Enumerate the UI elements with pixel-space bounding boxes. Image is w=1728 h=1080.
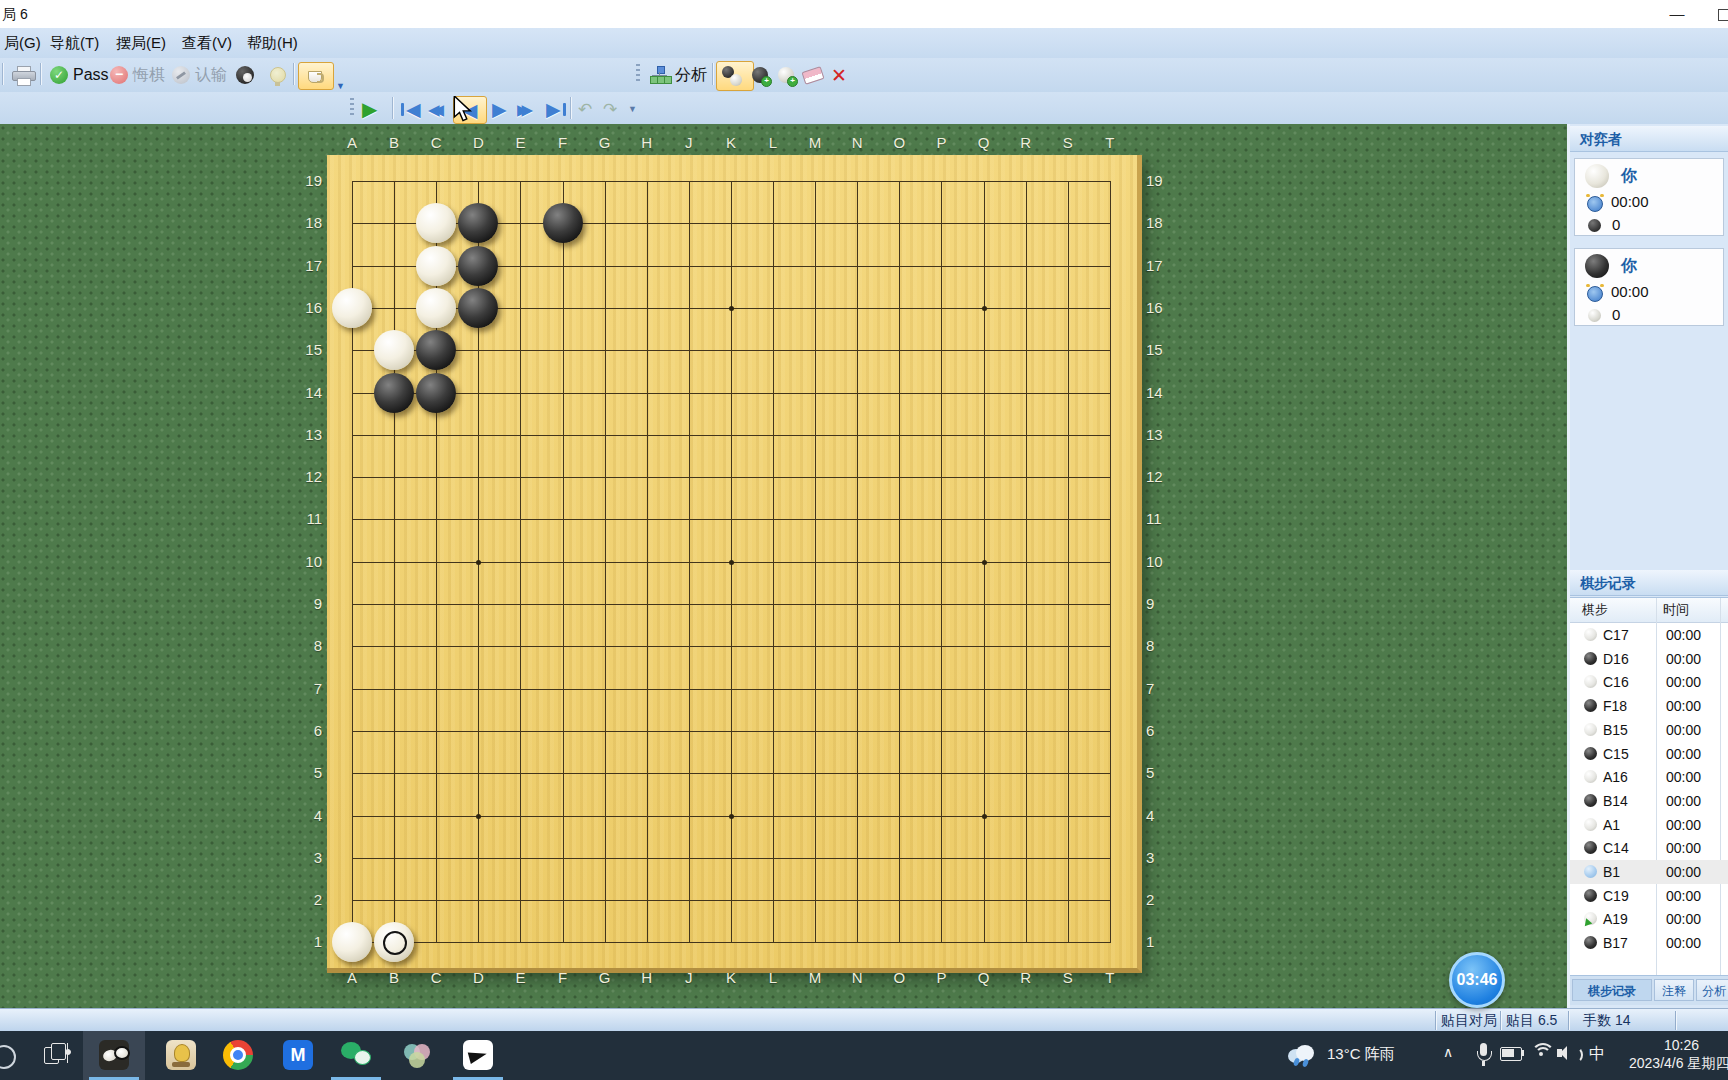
status-divider — [1500, 1011, 1502, 1030]
toolbar-separator — [293, 63, 295, 85]
stone-black-d18[interactable] — [458, 203, 498, 243]
black-player-time: 00:00 — [1611, 283, 1649, 300]
move-row-a1[interactable]: A100:00 — [1570, 813, 1728, 837]
move-time: 00:00 — [1666, 911, 1701, 927]
move-row-d16[interactable]: D1600:00 — [1570, 647, 1728, 671]
move-label: D16 — [1603, 651, 1629, 667]
stone-black-d16[interactable] — [458, 288, 498, 328]
undo-arrow-icon: ↶ — [578, 99, 592, 120]
task-view-button[interactable] — [36, 1031, 74, 1080]
coord-label-top: F — [550, 134, 576, 151]
coord-label-left: 19 — [294, 172, 322, 189]
count-cup-icon — [308, 69, 324, 83]
add-black-stone-button[interactable]: + — [748, 62, 773, 88]
coord-label-left: 13 — [294, 426, 322, 443]
coord-label-right: 13 — [1146, 426, 1174, 443]
play-button[interactable]: ▶ — [358, 96, 381, 122]
move-stone-icon-white — [1584, 628, 1597, 641]
move-time: 00:00 — [1666, 793, 1701, 809]
toolbar-main: Pass 悔棋 认输 ▼ 分析 + — [0, 58, 1728, 92]
toolbar-separator — [2, 63, 4, 85]
move-label: A19 — [1603, 911, 1628, 927]
coord-label-left: 4 — [294, 807, 322, 824]
coord-label-top: Q — [971, 134, 997, 151]
add-black-stone-icon: + — [752, 67, 769, 84]
move-label: A1 — [1603, 817, 1620, 833]
move-time: 00:00 — [1666, 722, 1701, 738]
coord-label-bottom: O — [886, 969, 912, 986]
captured-white-icon — [1588, 309, 1601, 322]
close-red-x-icon: ✕ — [831, 66, 847, 85]
move-time: 00:00 — [1666, 888, 1701, 904]
grid-line-horizontal — [352, 900, 1111, 901]
status-divider — [1568, 1011, 1570, 1030]
move-time: 00:00 — [1666, 769, 1701, 785]
coord-label-bottom: P — [928, 969, 954, 986]
undo-move-icon — [110, 66, 128, 84]
taskbar-app-game2[interactable] — [150, 1031, 212, 1080]
move-row-f18[interactable]: F1800:00 — [1570, 694, 1728, 718]
maximize-button[interactable] — [1718, 9, 1728, 21]
move-label: C19 — [1603, 888, 1629, 904]
black-stone-icon — [1585, 254, 1609, 278]
blue-m-app-icon: M — [283, 1040, 313, 1070]
coord-label-left: 15 — [294, 341, 322, 358]
dropdown-arrow-icon[interactable]: ▼ — [336, 81, 345, 91]
resign-icon — [172, 66, 190, 84]
move-stone-icon-black — [1584, 794, 1597, 807]
move-row-b15[interactable]: B1500:00 — [1570, 718, 1728, 742]
taskbar-app-knot[interactable] — [386, 1031, 448, 1080]
add-white-stone-icon: + — [778, 67, 795, 84]
pass-check-icon — [50, 66, 68, 84]
move-label: A16 — [1603, 769, 1628, 785]
last-move-icon: ▶ — [546, 102, 561, 117]
redo-arrow-icon: ↷ — [603, 99, 617, 120]
taskbar: M 13°C 阵雨 ∧ — [0, 1031, 1728, 1080]
grid-line-vertical — [1110, 181, 1111, 942]
coord-label-left: 14 — [294, 384, 322, 401]
coord-label-left: 11 — [294, 510, 322, 527]
last-move-button[interactable]: ▶ — [542, 96, 570, 122]
analyze-button[interactable]: 分析 — [646, 62, 711, 88]
coord-label-top: L — [760, 134, 786, 151]
status-bar: 贴目对局 贴目 6.5 手数 14 — [0, 1008, 1728, 1032]
last-move-marker — [383, 931, 407, 955]
move-label: C16 — [1603, 674, 1629, 690]
go-board[interactable] — [327, 155, 1142, 973]
ime-indicator[interactable]: 中 — [1589, 1044, 1605, 1065]
chrome-icon — [223, 1040, 253, 1070]
black-player-card: 你 00:00 0 — [1574, 248, 1724, 326]
redo-nav-button[interactable]: ↷ — [599, 96, 621, 122]
coord-label-bottom: M — [802, 969, 828, 986]
coord-label-right: 16 — [1146, 299, 1174, 316]
grid-line-horizontal — [352, 773, 1111, 774]
toolbar-separator — [40, 63, 42, 85]
tab-3[interactable]: 分析 — [1696, 979, 1728, 1001]
coord-label-top: H — [634, 134, 660, 151]
task-view-icon — [36, 1031, 74, 1080]
coord-label-top: C — [423, 134, 449, 151]
white-player-time: 00:00 — [1611, 193, 1649, 210]
move-row-c14[interactable]: C1400:00 — [1570, 836, 1728, 860]
stone-white-c17[interactable] — [416, 246, 456, 286]
move-column-header[interactable]: 棋步 — [1582, 601, 1608, 619]
undo-nav-button[interactable]: ↶ — [574, 96, 596, 122]
tab-2[interactable]: 注释 — [1654, 979, 1694, 1001]
coord-label-left: 5 — [294, 764, 322, 781]
coord-label-left: 7 — [294, 680, 322, 697]
grid-line-horizontal — [352, 646, 1111, 647]
analyze-tree-icon — [650, 66, 670, 84]
move-label: B17 — [1603, 935, 1628, 951]
coord-label-right: 4 — [1146, 807, 1174, 824]
count-button[interactable]: ▼ — [298, 62, 334, 90]
coord-label-right: 10 — [1146, 553, 1174, 570]
mouse-cursor — [452, 96, 474, 122]
toolbar-separator — [392, 97, 394, 119]
grid-line-vertical — [1068, 181, 1069, 942]
grid-line-vertical — [941, 181, 942, 942]
grid-line-vertical — [857, 181, 858, 942]
coord-label-right: 11 — [1146, 510, 1174, 527]
menu-item-1[interactable]: 局(G) — [0, 32, 45, 54]
status-game-type: 贴目对局 — [1441, 1012, 1497, 1030]
chevron-down-icon: ▼ — [628, 104, 637, 114]
coord-label-right: 6 — [1146, 722, 1174, 739]
move-row-c17[interactable]: C1700:00 — [1570, 623, 1728, 647]
stone-white-a1[interactable] — [332, 922, 372, 962]
stone-black-c15[interactable] — [416, 330, 456, 370]
star-point — [982, 814, 987, 819]
coord-label-right: 1 — [1146, 933, 1174, 950]
coord-label-bottom: K — [718, 969, 744, 986]
moves-header: 棋步记录 — [1570, 570, 1728, 596]
coord-label-right: 2 — [1146, 891, 1174, 908]
coord-label-top: K — [718, 134, 744, 151]
stone-white-b1[interactable] — [374, 922, 414, 962]
undo-move-button[interactable]: 悔棋 — [106, 62, 169, 88]
taskbar-app-go-game[interactable] — [83, 1031, 145, 1080]
coord-label-top: B — [381, 134, 407, 151]
delete-button[interactable]: ✕ — [827, 62, 851, 88]
move-stone-icon-black — [1584, 841, 1597, 854]
coord-label-left: 3 — [294, 849, 322, 866]
move-row-a16[interactable]: A1600:00 — [1570, 765, 1728, 789]
grid-line-horizontal — [352, 604, 1111, 605]
toolbar-separator — [570, 97, 572, 119]
coord-label-top: M — [802, 134, 828, 151]
playback-dropdown[interactable]: ▼ — [624, 96, 641, 122]
grid-line-horizontal — [352, 689, 1111, 690]
undo-move-label: 悔棋 — [133, 65, 165, 86]
fast-forward-button[interactable]: ▶▶ — [513, 96, 537, 122]
toolbar-handle[interactable] — [636, 64, 640, 84]
menu-item-3[interactable]: 摆局(E) — [112, 32, 170, 54]
move-time: 00:00 — [1666, 698, 1701, 714]
minimize-button[interactable]: — — [1662, 2, 1692, 26]
move-label: C14 — [1603, 840, 1629, 856]
coord-label-right: 18 — [1146, 214, 1174, 231]
coord-label-right: 3 — [1146, 849, 1174, 866]
taskbar-date[interactable]: 2023/4/6 星期四 — [1629, 1055, 1728, 1073]
fast-forward-icon: ▶▶ — [517, 102, 526, 117]
pass-button[interactable]: Pass — [46, 62, 113, 88]
coord-label-right: 7 — [1146, 680, 1174, 697]
tab-1[interactable]: 棋步记录 — [1572, 979, 1652, 1001]
coord-label-top: D — [465, 134, 491, 151]
stone-black-c14[interactable] — [416, 373, 456, 413]
coord-label-right: 9 — [1146, 595, 1174, 612]
white-player-card: 你 00:00 0 — [1574, 158, 1724, 236]
grid-line-horizontal — [352, 942, 1111, 943]
coord-label-left: 6 — [294, 722, 322, 739]
stone-white-c18[interactable] — [416, 203, 456, 243]
move-stone-icon-white — [1584, 865, 1597, 878]
menu-item-4[interactable]: 查看(V) — [178, 32, 236, 54]
coord-label-left: 16 — [294, 299, 322, 316]
move-row-b1[interactable]: B100:00 — [1570, 860, 1728, 884]
captured-black-icon — [1588, 219, 1601, 232]
coord-label-right: 17 — [1146, 257, 1174, 274]
pass-label: Pass — [73, 66, 109, 84]
move-stone-icon-black — [1584, 747, 1597, 760]
coord-label-top: N — [844, 134, 870, 151]
move-table-header: 棋步 时间 — [1570, 598, 1728, 623]
coord-label-top: G — [592, 134, 618, 151]
coord-label-top: R — [1013, 134, 1039, 151]
coord-label-bottom: D — [465, 969, 491, 986]
stone-white-b15[interactable] — [374, 330, 414, 370]
cartoon-app-icon — [166, 1040, 196, 1070]
toolbar-handle[interactable] — [350, 98, 354, 118]
move-stone-icon-white — [1584, 770, 1597, 783]
side-panel: 对弈者 你 00:00 0 你 00:00 0 棋步记录 棋步 时间 C1700… — [1570, 124, 1728, 1008]
taskbar-app-editor[interactable] — [447, 1031, 509, 1080]
coord-label-left: 8 — [294, 637, 322, 654]
taskbar-app-chrome[interactable] — [207, 1031, 269, 1080]
star-point — [982, 560, 987, 565]
move-row-c19[interactable]: C1900:00 — [1570, 884, 1728, 908]
coord-label-right: 15 — [1146, 341, 1174, 358]
coord-label-bottom: N — [844, 969, 870, 986]
stone-toggle-button[interactable] — [232, 62, 258, 88]
coord-label-bottom: R — [1013, 969, 1039, 986]
star-point — [476, 814, 481, 819]
search-icon[interactable] — [0, 1045, 16, 1069]
coord-label-left: 10 — [294, 553, 322, 570]
star-point — [476, 560, 481, 565]
fast-back-icon: ◀◀ — [428, 102, 437, 117]
move-label: B14 — [1603, 793, 1628, 809]
time-column-header[interactable]: 时间 — [1663, 601, 1689, 619]
move-time: 00:00 — [1666, 864, 1701, 880]
resign-button[interactable]: 认输 — [168, 62, 231, 88]
move-row-c16[interactable]: C1600:00 — [1570, 670, 1728, 694]
forward-icon: ▶ — [492, 102, 507, 117]
move-table: 棋步 时间 C1700:00D1600:00C1600:00F1800:00B1… — [1570, 597, 1728, 976]
move-stone-icon-white — [1584, 723, 1597, 736]
move-row-b17[interactable]: B1700:00 — [1570, 931, 1728, 955]
move-row-b14[interactable]: B1400:00 — [1570, 789, 1728, 813]
toolbar-playback: ▶ ◀ ◀◀ ◀ ▶ ▶▶ ▶ ↶ ↷ ▼ — [0, 92, 1728, 125]
coord-label-top: P — [928, 134, 954, 151]
star-point — [729, 560, 734, 565]
move-time: 00:00 — [1666, 817, 1701, 833]
move-time: 00:00 — [1666, 674, 1701, 690]
green-arrow-badge — [1582, 919, 1593, 930]
coord-label-left: 2 — [294, 891, 322, 908]
coord-label-bottom: J — [676, 969, 702, 986]
coord-label-bottom: C — [423, 969, 449, 986]
menu-item-5[interactable]: 帮助(H) — [243, 32, 302, 54]
white-player-name: 你 — [1621, 166, 1637, 187]
play-icon: ▶ — [362, 97, 377, 121]
coord-label-top: E — [507, 134, 533, 151]
taskbar-app-blue[interactable]: M — [267, 1031, 329, 1080]
star-point — [982, 306, 987, 311]
setup-stones-icon — [721, 65, 743, 87]
knot-app-icon — [402, 1040, 432, 1070]
coord-label-bottom: B — [381, 969, 407, 986]
black-captures: 0 — [1612, 306, 1620, 323]
stone-black-f18[interactable] — [543, 203, 583, 243]
coord-label-bottom: T — [1097, 969, 1123, 986]
status-divider — [1675, 1011, 1677, 1030]
move-label: B15 — [1603, 722, 1628, 738]
coord-label-right: 12 — [1146, 468, 1174, 485]
menu-bar: 局(G)导航(T)摆局(E)查看(V)帮助(H) — [0, 28, 1728, 58]
move-time: 00:00 — [1666, 935, 1701, 951]
hint-bulb-icon — [270, 67, 286, 83]
eraser-icon — [801, 66, 824, 85]
coord-label-left: 18 — [294, 214, 322, 231]
move-label: F18 — [1603, 698, 1627, 714]
white-captures: 0 — [1612, 216, 1620, 233]
status-divider — [1435, 1011, 1437, 1030]
stone-black-d17[interactable] — [458, 246, 498, 286]
panel-tab-bar: 棋步记录注释分析 — [1570, 975, 1728, 1005]
weather-icon[interactable] — [1286, 1043, 1318, 1067]
first-move-button[interactable]: ◀ — [397, 96, 425, 122]
forward-button[interactable]: ▶ — [488, 96, 511, 122]
move-stone-icon-black — [1584, 652, 1597, 665]
taskbar-time[interactable]: 10:26 — [1664, 1037, 1699, 1053]
coord-label-left: 1 — [294, 933, 322, 950]
clock-icon — [1587, 196, 1603, 212]
coord-label-left: 17 — [294, 257, 322, 274]
coord-label-right: 19 — [1146, 172, 1174, 189]
coord-label-right: 5 — [1146, 764, 1174, 781]
coord-label-right: 14 — [1146, 384, 1174, 401]
recording-timer-overlay[interactable]: 03:46 — [1449, 952, 1505, 1008]
go-app-icon — [99, 1040, 129, 1070]
menu-item-2[interactable]: 导航(T) — [46, 32, 103, 54]
grid-line-vertical — [815, 181, 816, 942]
eraser-button[interactable] — [799, 62, 827, 88]
stone-white-c16[interactable] — [416, 288, 456, 328]
taskbar-app-wechat[interactable] — [325, 1031, 387, 1080]
window-title: 局 6 — [2, 6, 28, 24]
resign-label: 认输 — [195, 65, 227, 86]
move-time: 00:00 — [1666, 746, 1701, 762]
hint-button[interactable] — [264, 62, 292, 88]
add-white-stone-button[interactable]: + — [774, 62, 799, 88]
coord-label-top: S — [1055, 134, 1081, 151]
coord-label-top: A — [339, 134, 365, 151]
coord-label-top: T — [1097, 134, 1123, 151]
move-row-a19[interactable]: A1900:00 — [1570, 907, 1728, 931]
coord-label-bottom: E — [507, 969, 533, 986]
star-point — [729, 306, 734, 311]
coord-label-right: 8 — [1146, 637, 1174, 654]
coord-label-bottom: A — [339, 969, 365, 986]
wechat-icon — [341, 1040, 371, 1070]
first-move-icon — [401, 103, 404, 116]
move-row-c15[interactable]: C1500:00 — [1570, 742, 1728, 766]
coord-label-bottom: Q — [971, 969, 997, 986]
grid-line-vertical — [1026, 181, 1027, 942]
stone-white-a16[interactable] — [332, 288, 372, 328]
grid-line-horizontal — [352, 731, 1111, 732]
move-stone-icon-black — [1584, 936, 1597, 949]
coord-label-top: O — [886, 134, 912, 151]
toolbar-separator — [712, 63, 714, 85]
move-label: B1 — [1603, 864, 1620, 880]
coord-label-bottom: S — [1055, 969, 1081, 986]
stone-black-b14[interactable] — [374, 373, 414, 413]
coord-label-bottom: G — [592, 969, 618, 986]
analyze-label: 分析 — [675, 65, 707, 86]
move-label: C17 — [1603, 627, 1629, 643]
coord-label-bottom: H — [634, 969, 660, 986]
move-stone-icon-white — [1584, 912, 1597, 925]
grid-line-vertical — [899, 181, 900, 942]
fast-back-button[interactable]: ◀◀ — [424, 96, 448, 122]
move-time: 00:00 — [1666, 651, 1701, 667]
grid-line-vertical — [773, 181, 774, 942]
players-header: 对弈者 — [1570, 126, 1728, 152]
grid-line-horizontal — [352, 858, 1111, 859]
star-point — [729, 814, 734, 819]
status-move-count: 手数 14 — [1583, 1012, 1630, 1030]
printer-icon — [12, 66, 34, 84]
white-stone-icon — [1585, 164, 1609, 188]
status-komi: 贴目 6.5 — [1506, 1012, 1557, 1030]
title-bar: 局 6 — — [0, 0, 1728, 29]
move-stone-icon-white — [1584, 675, 1597, 688]
move-time: 00:00 — [1666, 627, 1701, 643]
coord-label-left: 12 — [294, 468, 322, 485]
move-stone-icon-black — [1584, 889, 1597, 902]
print-button[interactable] — [8, 62, 38, 88]
coord-label-bottom: L — [760, 969, 786, 986]
coord-label-top: J — [676, 134, 702, 151]
coord-label-left: 9 — [294, 595, 322, 612]
move-label: C15 — [1603, 746, 1629, 762]
move-time: 00:00 — [1666, 840, 1701, 856]
move-stone-icon-black — [1584, 699, 1597, 712]
clock-icon — [1587, 286, 1603, 302]
hidden-icons-chevron[interactable]: ∧ — [1443, 1044, 1453, 1060]
weather-text[interactable]: 13°C 阵雨 — [1327, 1045, 1395, 1064]
stone-toggle-icon — [236, 66, 254, 84]
black-player-name: 你 — [1621, 256, 1637, 277]
coord-label-bottom: F — [550, 969, 576, 986]
move-stone-icon-white — [1584, 818, 1597, 831]
white-swoosh-app-icon — [463, 1040, 493, 1070]
